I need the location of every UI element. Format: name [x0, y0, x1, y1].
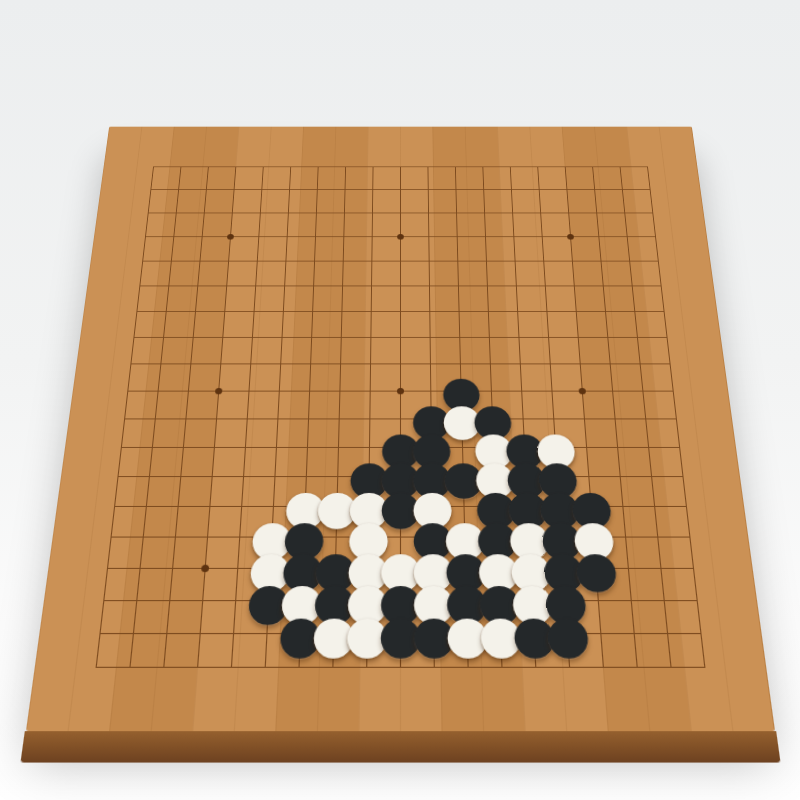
intersection-r9-c9: [355, 350, 385, 377]
intersection-r6-c11: [414, 273, 443, 298]
intersection-r5-c8: [328, 248, 357, 273]
intersection-r14-c1: [96, 491, 131, 521]
intersection-r2-c9: [358, 178, 386, 201]
intersection-r5-c7: [299, 248, 329, 273]
intersection-r2-c5: [247, 178, 276, 201]
intersection-r4-c19: [640, 224, 671, 248]
intersection-r2-c18: [607, 178, 637, 201]
intersection-r7-c10: [385, 298, 414, 324]
intersection-r4-c4: [215, 224, 245, 248]
intersection-r19-c1: [77, 650, 115, 684]
intersection-r1-c1: [138, 155, 168, 178]
intersection-r9-c14: [504, 350, 535, 377]
intersection-r4-c17: [583, 224, 613, 248]
intersection-r6-c13: [472, 273, 502, 298]
intersection-r1-c19: [632, 155, 662, 178]
intersection-r5-c17: [585, 248, 616, 273]
intersection-r16-c18: [643, 552, 679, 584]
star-point: [397, 233, 404, 239]
intersection-r7-c5: [238, 298, 269, 324]
intersection-r18-c18: [649, 616, 686, 649]
intersection-r2-c12: [441, 178, 469, 201]
intersection-r9-c18: [623, 350, 656, 377]
intersection-r4-c13: [470, 224, 499, 248]
intersection-r2-c1: [135, 178, 165, 201]
intersection-r13-c4: [195, 461, 229, 491]
intersection-r5-c19: [642, 248, 673, 273]
intersection-r11-c1: [107, 404, 141, 432]
intersection-r9-c3: [174, 350, 206, 377]
intersection-r7-c12: [444, 298, 474, 324]
intersection-r3-c15: [525, 201, 555, 225]
intersection-r3-c10: [386, 201, 414, 225]
intersection-r12-c4: [197, 433, 230, 462]
intersection-r3-c16: [553, 201, 583, 225]
intersection-r7-c17: [589, 298, 621, 324]
intersection-r7-c18: [618, 298, 650, 324]
intersection-r7-c14: [502, 298, 533, 324]
intersection-r15-c1: [93, 521, 129, 552]
intersection-r6-c1: [123, 273, 155, 298]
intersection-r1-c14: [496, 155, 525, 178]
intersection-r1-c9: [359, 155, 387, 178]
intersection-r5-c15: [528, 248, 558, 273]
intersection-r10-c4: [202, 377, 234, 405]
intersection-r3-c18: [609, 201, 639, 225]
intersection-r3-c1: [132, 201, 163, 225]
intersection-r2-c10: [386, 178, 414, 201]
intersection-r4-c18: [611, 224, 642, 248]
intersection-r8-c9: [355, 324, 385, 350]
intersection-r8-c19: [650, 324, 683, 350]
intersection-r3-c12: [442, 201, 471, 225]
intersection-r1-c17: [577, 155, 606, 178]
intersection-r8-c14: [503, 324, 534, 350]
intersection-r9-c6: [264, 350, 295, 377]
intersection-r6-c8: [327, 273, 357, 298]
intersection-r8-c3: [177, 324, 209, 350]
intersection-r4-c2: [158, 224, 189, 248]
intersection-r11-c6: [261, 404, 293, 432]
intersection-r10-c8: [324, 377, 355, 405]
intersection-r11-c7: [292, 404, 324, 432]
intersection-r19-c5: [213, 650, 249, 684]
intersection-r15-c18: [640, 521, 675, 552]
intersection-r16-c3: [154, 552, 189, 584]
intersection-r19-c2: [111, 650, 148, 684]
intersection-r10-c6: [263, 377, 295, 405]
intersection-r1-c5: [248, 155, 277, 178]
intersection-r3-c4: [217, 201, 247, 225]
intersection-r12-c5: [228, 433, 261, 462]
intersection-r14-c4: [192, 491, 226, 521]
intersection-r6-c16: [558, 273, 589, 298]
intersection-r18-c1: [81, 616, 118, 649]
intersection-r2-c13: [469, 178, 498, 201]
intersection-r3-c14: [498, 201, 527, 225]
intersection-r11-c2: [138, 404, 172, 432]
intersection-r6-c9: [356, 273, 385, 298]
intersection-r7-c9: [356, 298, 386, 324]
star-point: [396, 387, 403, 393]
intersection-r10-c9: [354, 377, 385, 405]
intersection-r12-c7: [291, 433, 323, 462]
intersection-r9-c2: [144, 350, 177, 377]
intersection-r17-c18: [646, 584, 682, 617]
intersection-r7-c19: [648, 298, 680, 324]
intersection-r3-c17: [581, 201, 611, 225]
intersection-r18-c3: [148, 616, 184, 649]
intersection-r8-c17: [591, 324, 623, 350]
intersection-r11-c5: [230, 404, 262, 432]
intersection-r3-c7: [301, 201, 330, 225]
intersection-r6-c14: [501, 273, 531, 298]
board-grid: ●●●●●●●●●●●●●●●●●●●●●●●●●●●●●●●●●●●●●●●●…: [95, 166, 705, 667]
intersection-r18-c19: [682, 616, 719, 649]
intersection-r1-c18: [605, 155, 635, 178]
intersection-r9-c5: [234, 350, 266, 377]
intersection-r5-c13: [471, 248, 501, 273]
intersection-r1-c15: [523, 155, 552, 178]
intersection-r15-c2: [125, 521, 160, 552]
intersection-r7-c3: [179, 298, 211, 324]
intersection-r2-c15: [524, 178, 553, 201]
intersection-r1-c2: [165, 155, 195, 178]
intersection-r10-c17: [596, 377, 629, 405]
intersection-r9-c7: [295, 350, 326, 377]
intersection-r19-c4: [179, 650, 215, 684]
intersection-r12-c18: [631, 433, 665, 462]
intersection-r2-c7: [302, 178, 331, 201]
intersection-r18-c15: ●: [549, 616, 585, 649]
intersection-r7-c16: [560, 298, 591, 324]
intersection-r14-c19: [668, 491, 703, 521]
intersection-r17-c3: [151, 584, 187, 617]
intersection-r18-c2: [114, 616, 151, 649]
intersection-r4-c1: [129, 224, 160, 248]
intersection-r8-c11: [415, 324, 445, 350]
intersection-r1-c4: [221, 155, 250, 178]
intersection-r16-c19: [675, 552, 711, 584]
intersection-r5-c9: [357, 248, 386, 273]
intersection-r16-c1: [89, 552, 125, 584]
intersection-r6-c4: [211, 273, 242, 298]
intersection-r2-c6: [275, 178, 304, 201]
intersection-r4-c6: [272, 224, 302, 248]
intersection-r2-c2: [163, 178, 193, 201]
intersection-r5-c4: [213, 248, 244, 273]
intersection-r10-c5: [232, 377, 264, 405]
intersection-r14-c3: [160, 491, 194, 521]
intersection-r9-c17: [594, 350, 626, 377]
intersection-r8-c7: [296, 324, 327, 350]
intersection-r8-c5: [236, 324, 267, 350]
intersection-r6-c12: [443, 273, 473, 298]
black-stone: ●: [543, 607, 592, 659]
intersection-r17-c19: [678, 584, 715, 617]
star-point: [226, 233, 233, 239]
intersection-r8-c6: [266, 324, 297, 350]
intersection-r12-c19: [662, 433, 696, 462]
intersection-r3-c9: [358, 201, 386, 225]
intersection-r3-c3: [189, 201, 219, 225]
intersection-r4-c11: [414, 224, 443, 248]
intersection-r10-c19: [656, 377, 689, 405]
intersection-r4-c14: [499, 224, 529, 248]
intersection-r16-c4: [187, 552, 222, 584]
star-point: [578, 387, 586, 393]
intersection-r4-c3: [186, 224, 216, 248]
intersection-r6-c10: [385, 273, 414, 298]
intersection-r1-c13: [468, 155, 496, 178]
intersection-r12-c17: [600, 433, 634, 462]
photo-background: ●●●●●●●●●●●●●●●●●●●●●●●●●●●●●●●●●●●●●●●●…: [0, 0, 800, 800]
star-point: [567, 233, 574, 239]
intersection-r10-c18: [626, 377, 659, 405]
intersection-r1-c16: [550, 155, 579, 178]
intersection-r10-c15: [536, 377, 568, 405]
intersection-r4-c12: [442, 224, 471, 248]
intersection-r17-c2: [118, 584, 154, 617]
intersection-r7-c4: [209, 298, 240, 324]
intersection-r4-c15: [527, 224, 557, 248]
intersection-r13-c18: [634, 461, 668, 491]
intersection-r12-c2: [135, 433, 169, 462]
intersection-r3-c13: [470, 201, 499, 225]
intersection-r1-c11: [414, 155, 442, 178]
intersection-r7-c13: [473, 298, 503, 324]
intersection-r3-c11: [414, 201, 442, 225]
intersection-r5-c18: [614, 248, 645, 273]
intersection-r10-c3: [171, 377, 204, 405]
intersection-r9-c8: [325, 350, 356, 377]
intersection-r7-c2: [150, 298, 182, 324]
intersection-r4-c7: [300, 224, 329, 248]
intersection-r8-c18: [621, 324, 653, 350]
intersection-r3-c8: [330, 201, 359, 225]
intersection-r9-c19: [653, 350, 686, 377]
intersection-r4-c5: [243, 224, 273, 248]
intersection-r10-c2: [141, 377, 174, 405]
intersection-r7-c1: [120, 298, 152, 324]
intersection-r5-c2: [155, 248, 186, 273]
intersection-r5-c12: [443, 248, 472, 273]
intersection-r18-c17: [616, 616, 652, 649]
intersection-overlay: ●●●●●●●●●●●●●●●●●●●●●●●●●●●●●●●●●●●●●●●●…: [77, 155, 724, 684]
intersection-r19-c19: [686, 650, 724, 684]
intersection-r13-c1: [100, 461, 135, 491]
intersection-r8-c13: [474, 324, 505, 350]
intersection-r4-c16: [555, 224, 585, 248]
intersection-r12-c6: [260, 433, 292, 462]
intersection-r2-c14: [497, 178, 526, 201]
intersection-r4-c10: [386, 224, 414, 248]
intersection-r17-c4: [184, 584, 219, 617]
intersection-r18-c4: [182, 616, 218, 649]
intersection-r9-c1: [114, 350, 147, 377]
intersection-r12-c3: [166, 433, 200, 462]
intersection-r12-c1: [104, 433, 138, 462]
intersection-r14-c2: [128, 491, 163, 521]
intersection-r3-c19: [637, 201, 668, 225]
intersection-r1-c12: [441, 155, 469, 178]
intersection-r8-c12: [444, 324, 474, 350]
intersection-r6-c2: [152, 273, 184, 298]
intersection-r4-c8: [329, 224, 358, 248]
intersection-r8-c8: [326, 324, 356, 350]
intersection-r2-c3: [191, 178, 221, 201]
intersection-r1-c10: [386, 155, 414, 178]
intersection-r5-c11: [414, 248, 443, 273]
intersection-r8-c15: [533, 324, 564, 350]
intersection-r1-c7: [303, 155, 331, 178]
star-point: [214, 387, 222, 393]
intersection-r6-c6: [269, 273, 299, 298]
intersection-r5-c5: [242, 248, 272, 273]
intersection-r15-c3: [157, 521, 192, 552]
intersection-r6-c18: [616, 273, 648, 298]
intersection-r6-c15: [530, 273, 561, 298]
intersection-r1-c6: [276, 155, 305, 178]
intersection-r5-c10: [386, 248, 415, 273]
intersection-r10-c1: [110, 377, 143, 405]
intersection-r11-c3: [169, 404, 202, 432]
intersection-r9-c16: [564, 350, 596, 377]
intersection-r2-c19: [635, 178, 665, 201]
intersection-r6-c3: [182, 273, 213, 298]
intersection-r5-c3: [184, 248, 215, 273]
intersection-r7-c7: [297, 298, 327, 324]
intersection-r19-c18: [652, 650, 689, 684]
intersection-r7-c8: [326, 298, 356, 324]
intersection-r11-c8: [323, 404, 354, 432]
intersection-r15-c4: [190, 521, 225, 552]
intersection-r4-c9: [357, 224, 386, 248]
intersection-r5-c14: [500, 248, 530, 273]
intersection-r2-c17: [579, 178, 609, 201]
intersection-r19-c3: [145, 650, 182, 684]
intersection-r11-c18: [629, 404, 663, 432]
intersection-r16-c2: [122, 552, 158, 584]
intersection-r5-c16: [557, 248, 588, 273]
intersection-r8-c10: [385, 324, 415, 350]
intersection-r8-c1: [117, 324, 150, 350]
intersection-r13-c3: [163, 461, 197, 491]
intersection-r10-c16: [566, 377, 598, 405]
star-point: [201, 564, 209, 571]
intersection-r2-c4: [219, 178, 248, 201]
intersection-r10-c7: [293, 377, 324, 405]
intersection-r11-c19: [659, 404, 693, 432]
intersection-r13-c5: [226, 461, 259, 491]
intersection-r6-c7: [298, 273, 328, 298]
intersection-r3-c5: [245, 201, 275, 225]
intersection-r15-c19: [672, 521, 708, 552]
intersection-r11-c17: [598, 404, 631, 432]
intersection-r19-c17: [618, 650, 655, 684]
intersection-r1-c3: [193, 155, 222, 178]
intersection-r9-c4: [204, 350, 236, 377]
intersection-r3-c2: [160, 201, 190, 225]
intersection-r14-c18: [637, 491, 672, 521]
intersection-r7-c6: [267, 298, 298, 324]
intersection-r2-c8: [330, 178, 358, 201]
intersection-r7-c11: [415, 298, 445, 324]
intersection-r3-c6: [273, 201, 302, 225]
intersection-r6-c5: [240, 273, 271, 298]
intersection-r2-c16: [552, 178, 581, 201]
intersection-r9-c15: [534, 350, 566, 377]
intersection-r9-c10: [385, 350, 415, 377]
intersection-r8-c2: [147, 324, 179, 350]
intersection-r11-c4: [200, 404, 233, 432]
intersection-r1-c8: [331, 155, 359, 178]
intersection-r8-c16: [562, 324, 594, 350]
intersection-r5-c6: [270, 248, 300, 273]
intersection-r8-c4: [206, 324, 238, 350]
intersection-r13-c2: [132, 461, 166, 491]
intersection-r7-c15: [531, 298, 562, 324]
intersection-r13-c19: [665, 461, 700, 491]
intersection-r6-c19: [645, 273, 677, 298]
intersection-r17-c1: [85, 584, 122, 617]
intersection-r2-c11: [414, 178, 442, 201]
intersection-r6-c17: [587, 273, 618, 298]
board-perspective-wrapper: ●●●●●●●●●●●●●●●●●●●●●●●●●●●●●●●●●●●●●●●●…: [25, 126, 774, 730]
intersection-r5-c1: [126, 248, 157, 273]
go-board: ●●●●●●●●●●●●●●●●●●●●●●●●●●●●●●●●●●●●●●●●…: [25, 126, 774, 730]
